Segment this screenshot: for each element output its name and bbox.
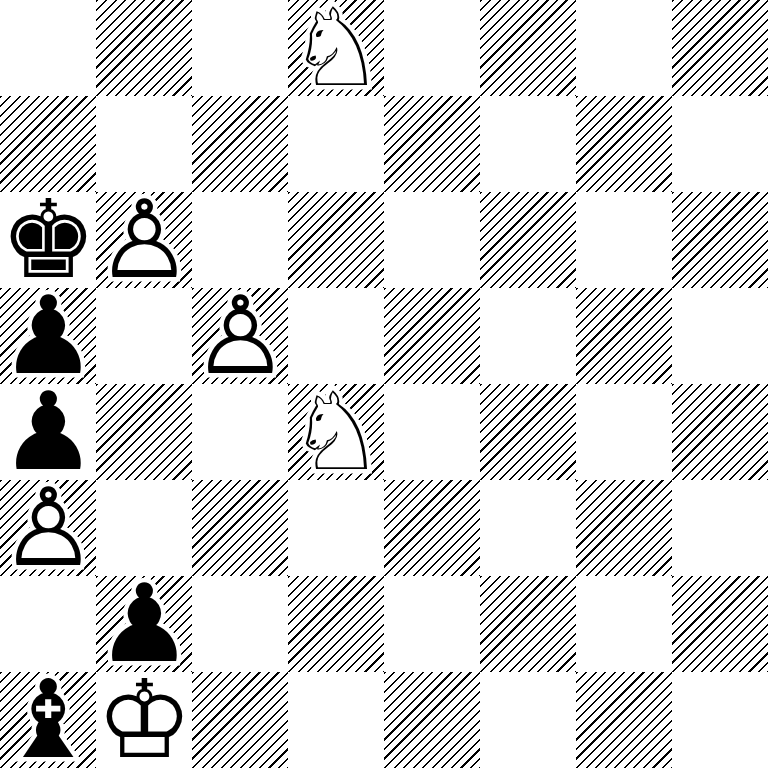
square-e8[interactable] xyxy=(384,0,480,96)
piece-black-bishop[interactable]: ♝♝ xyxy=(0,672,96,768)
square-f3[interactable] xyxy=(480,480,576,576)
square-e5[interactable] xyxy=(384,288,480,384)
square-g6[interactable] xyxy=(576,192,672,288)
square-h3[interactable] xyxy=(672,480,768,576)
square-g2[interactable] xyxy=(576,576,672,672)
square-d1[interactable] xyxy=(288,672,384,768)
square-c4[interactable] xyxy=(192,384,288,480)
square-g5[interactable] xyxy=(576,288,672,384)
square-e7[interactable] xyxy=(384,96,480,192)
square-a3[interactable]: ♟♙ xyxy=(0,480,96,576)
square-f7[interactable] xyxy=(480,96,576,192)
square-d3[interactable] xyxy=(288,480,384,576)
piece-glyph: ♘ xyxy=(288,0,385,96)
square-c2[interactable] xyxy=(192,576,288,672)
square-b5[interactable] xyxy=(96,288,192,384)
square-h6[interactable] xyxy=(672,192,768,288)
square-g3[interactable] xyxy=(576,480,672,576)
piece-white-knight[interactable]: ♞♘ xyxy=(288,0,384,96)
square-g8[interactable] xyxy=(576,0,672,96)
square-b8[interactable] xyxy=(96,0,192,96)
square-f4[interactable] xyxy=(480,384,576,480)
square-f8[interactable] xyxy=(480,0,576,96)
piece-white-king[interactable]: ♚♔ xyxy=(96,672,192,768)
square-d6[interactable] xyxy=(288,192,384,288)
square-b4[interactable] xyxy=(96,384,192,480)
piece-glyph: ♔ xyxy=(96,672,193,768)
piece-glyph: ♙ xyxy=(96,192,193,288)
square-e3[interactable] xyxy=(384,480,480,576)
piece-glyph: ♝ xyxy=(0,672,97,768)
square-d2[interactable] xyxy=(288,576,384,672)
square-g7[interactable] xyxy=(576,96,672,192)
square-h8[interactable] xyxy=(672,0,768,96)
square-f1[interactable] xyxy=(480,672,576,768)
square-h7[interactable] xyxy=(672,96,768,192)
square-h4[interactable] xyxy=(672,384,768,480)
piece-white-pawn[interactable]: ♟♙ xyxy=(192,288,288,384)
piece-white-knight[interactable]: ♞♘ xyxy=(288,384,384,480)
piece-glyph: ♙ xyxy=(192,288,289,384)
square-h1[interactable] xyxy=(672,672,768,768)
piece-glyph: ♘ xyxy=(288,384,385,480)
square-c5[interactable]: ♟♙ xyxy=(192,288,288,384)
square-f2[interactable] xyxy=(480,576,576,672)
square-c1[interactable] xyxy=(192,672,288,768)
square-c8[interactable] xyxy=(192,0,288,96)
piece-glyph: ♙ xyxy=(0,480,97,576)
square-b6[interactable]: ♟♙ xyxy=(96,192,192,288)
square-d7[interactable] xyxy=(288,96,384,192)
square-b1[interactable]: ♚♔ xyxy=(96,672,192,768)
square-e1[interactable] xyxy=(384,672,480,768)
square-g1[interactable] xyxy=(576,672,672,768)
square-h2[interactable] xyxy=(672,576,768,672)
chess-board: ♞♘♚♚♟♙♟♟♟♙♟♟♞♘♟♙♟♟♝♝♚♔ xyxy=(0,0,768,768)
square-f5[interactable] xyxy=(480,288,576,384)
square-e2[interactable] xyxy=(384,576,480,672)
square-g4[interactable] xyxy=(576,384,672,480)
square-e6[interactable] xyxy=(384,192,480,288)
square-e4[interactable] xyxy=(384,384,480,480)
piece-white-pawn[interactable]: ♟♙ xyxy=(0,480,96,576)
square-d4[interactable]: ♞♘ xyxy=(288,384,384,480)
square-f6[interactable] xyxy=(480,192,576,288)
piece-white-pawn[interactable]: ♟♙ xyxy=(96,192,192,288)
square-d8[interactable]: ♞♘ xyxy=(288,0,384,96)
square-c3[interactable] xyxy=(192,480,288,576)
square-c7[interactable] xyxy=(192,96,288,192)
square-a1[interactable]: ♝♝ xyxy=(0,672,96,768)
square-h5[interactable] xyxy=(672,288,768,384)
square-a8[interactable] xyxy=(0,0,96,96)
